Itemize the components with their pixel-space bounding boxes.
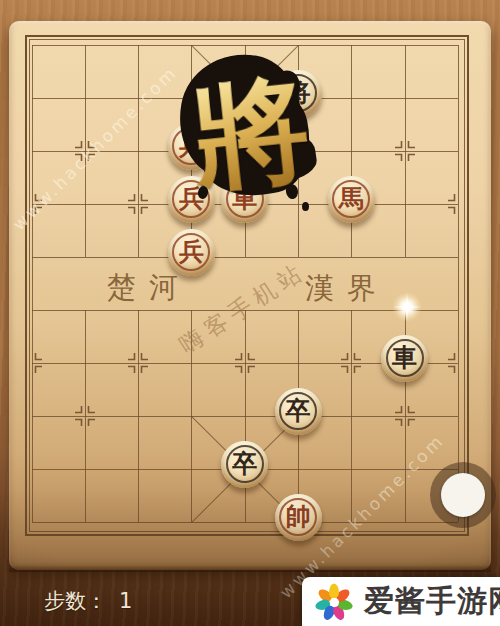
check-announcement: 將 [172,48,334,216]
piece-character: 帥 [275,493,322,540]
pinwheel-logo-icon [316,584,352,620]
site-logo: 爱酱手游网 [302,577,500,626]
check-character: 將 [162,40,341,224]
piece-character: 車 [381,334,428,381]
game-screen: 楚河 漢界 将兵兵車馬兵車卒卒帥 將 www.hackhome.com嗨客手机站… [0,0,500,626]
steps-label: 步数： [44,587,107,615]
piece-red-帥[interactable]: 帥 [275,494,322,541]
steps-value: 1 [119,589,132,613]
pinwheel-petal [329,583,339,598]
steps-counter: 步数： 1 [44,587,132,615]
piece-black-車[interactable]: 車 [381,335,428,382]
floating-button[interactable] [430,462,496,528]
pinwheel-center [330,598,339,607]
piece-red-兵[interactable]: 兵 [168,229,215,276]
floating-button-dot [441,473,485,517]
piece-black-卒[interactable]: 卒 [221,441,268,488]
site-logo-text: 爱酱手游网 [364,580,500,621]
piece-black-卒[interactable]: 卒 [275,388,322,435]
piece-character: 卒 [221,440,268,487]
piece-character: 兵 [168,228,215,275]
piece-character: 卒 [275,387,322,434]
